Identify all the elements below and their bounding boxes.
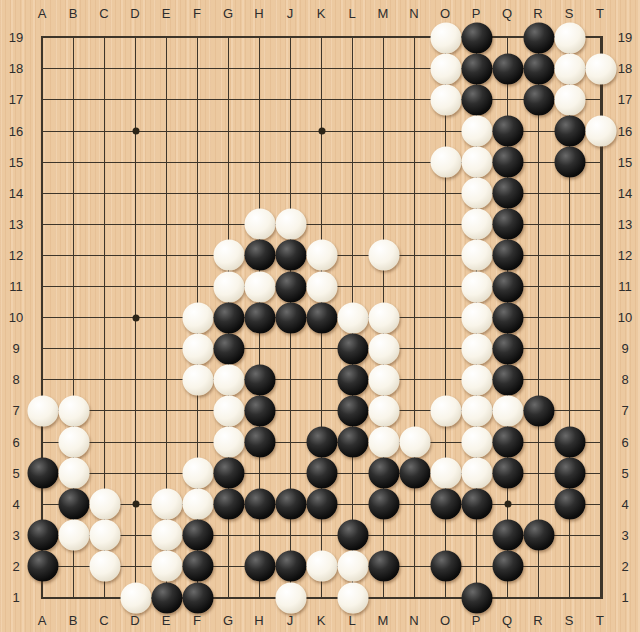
col-label-bottom-D: D: [130, 613, 139, 628]
col-label-top-S: S: [565, 6, 574, 21]
col-label-top-A: A: [38, 6, 47, 21]
stone-white[interactable]: [182, 302, 213, 333]
stone-black[interactable]: [244, 240, 275, 271]
stone-white[interactable]: [182, 364, 213, 395]
row-label-left-15: 15: [9, 154, 23, 169]
col-label-bottom-O: O: [440, 613, 450, 628]
stone-black[interactable]: [368, 489, 399, 520]
stone-black[interactable]: [306, 427, 337, 458]
stone-black[interactable]: [337, 364, 368, 395]
stone-white[interactable]: [275, 582, 306, 613]
stone-black[interactable]: [461, 489, 492, 520]
stone-white[interactable]: [430, 53, 461, 84]
stone-white[interactable]: [58, 427, 89, 458]
stone-black[interactable]: [554, 489, 585, 520]
stone-white[interactable]: [585, 53, 616, 84]
stone-black[interactable]: [523, 53, 554, 84]
row-label-right-15: 15: [618, 154, 632, 169]
stone-white[interactable]: [213, 240, 244, 271]
row-label-right-18: 18: [618, 61, 632, 76]
stone-white[interactable]: [213, 395, 244, 426]
stone-black[interactable]: [244, 489, 275, 520]
stone-black[interactable]: [213, 333, 244, 364]
stone-black[interactable]: [523, 520, 554, 551]
stone-black[interactable]: [492, 271, 523, 302]
stone-white[interactable]: [461, 116, 492, 147]
col-label-bottom-J: J: [287, 613, 294, 628]
stone-black[interactable]: [275, 240, 306, 271]
col-label-top-H: H: [254, 6, 263, 21]
stone-white[interactable]: [461, 178, 492, 209]
row-label-left-18: 18: [9, 61, 23, 76]
stone-white[interactable]: [368, 427, 399, 458]
stone-white[interactable]: [554, 22, 585, 53]
stone-black[interactable]: [244, 302, 275, 333]
stone-white[interactable]: [492, 395, 523, 426]
row-label-right-9: 9: [621, 341, 628, 356]
stone-black[interactable]: [244, 551, 275, 582]
col-label-top-M: M: [378, 6, 389, 21]
stone-black[interactable]: [368, 458, 399, 489]
col-label-bottom-N: N: [409, 613, 418, 628]
stone-white[interactable]: [554, 84, 585, 115]
stone-black[interactable]: [275, 271, 306, 302]
col-label-bottom-L: L: [348, 613, 355, 628]
stone-white[interactable]: [461, 271, 492, 302]
stone-white[interactable]: [461, 240, 492, 271]
stone-black[interactable]: [337, 520, 368, 551]
col-label-top-Q: Q: [502, 6, 512, 21]
row-label-right-10: 10: [618, 310, 632, 325]
stone-white[interactable]: [585, 116, 616, 147]
stone-black[interactable]: [337, 427, 368, 458]
stone-black[interactable]: [430, 551, 461, 582]
stone-white[interactable]: [58, 520, 89, 551]
row-label-right-2: 2: [621, 558, 628, 573]
stone-white[interactable]: [182, 333, 213, 364]
row-label-right-19: 19: [618, 30, 632, 45]
stone-black[interactable]: [151, 582, 182, 613]
col-label-bottom-K: K: [317, 613, 326, 628]
stone-black[interactable]: [244, 364, 275, 395]
stone-white[interactable]: [461, 209, 492, 240]
stone-white[interactable]: [368, 333, 399, 364]
stone-black[interactable]: [492, 551, 523, 582]
row-label-left-14: 14: [9, 185, 23, 200]
stone-black[interactable]: [461, 22, 492, 53]
row-label-left-19: 19: [9, 30, 23, 45]
stone-white[interactable]: [306, 271, 337, 302]
stone-white[interactable]: [430, 22, 461, 53]
row-label-left-7: 7: [12, 403, 19, 418]
stone-black[interactable]: [337, 333, 368, 364]
stone-black[interactable]: [399, 458, 430, 489]
col-label-bottom-T: T: [596, 613, 604, 628]
stone-black[interactable]: [27, 458, 58, 489]
stone-black[interactable]: [492, 364, 523, 395]
stone-black[interactable]: [182, 520, 213, 551]
stone-black[interactable]: [58, 489, 89, 520]
stone-white[interactable]: [554, 53, 585, 84]
row-label-left-2: 2: [12, 558, 19, 573]
stone-black[interactable]: [275, 551, 306, 582]
stone-black[interactable]: [182, 582, 213, 613]
stone-white[interactable]: [430, 458, 461, 489]
row-label-right-12: 12: [618, 247, 632, 262]
stone-white[interactable]: [244, 271, 275, 302]
stone-black[interactable]: [492, 333, 523, 364]
stone-white[interactable]: [430, 395, 461, 426]
stone-black[interactable]: [492, 240, 523, 271]
stone-black[interactable]: [492, 147, 523, 178]
row-label-right-7: 7: [621, 403, 628, 418]
col-label-top-K: K: [317, 6, 326, 21]
stone-white[interactable]: [244, 209, 275, 240]
stone-white[interactable]: [461, 364, 492, 395]
row-label-right-3: 3: [621, 527, 628, 542]
stone-white[interactable]: [368, 395, 399, 426]
col-label-top-J: J: [287, 6, 294, 21]
stone-black[interactable]: [554, 147, 585, 178]
stone-white[interactable]: [58, 395, 89, 426]
col-label-bottom-M: M: [378, 613, 389, 628]
col-label-bottom-E: E: [162, 613, 171, 628]
col-label-top-O: O: [440, 6, 450, 21]
col-label-top-F: F: [193, 6, 201, 21]
stone-white[interactable]: [461, 302, 492, 333]
stone-black[interactable]: [492, 427, 523, 458]
stone-black[interactable]: [523, 84, 554, 115]
col-label-bottom-C: C: [99, 613, 108, 628]
stone-white[interactable]: [151, 551, 182, 582]
col-label-bottom-F: F: [193, 613, 201, 628]
stone-black[interactable]: [306, 302, 337, 333]
stone-black[interactable]: [461, 53, 492, 84]
row-label-left-6: 6: [12, 434, 19, 449]
col-label-top-L: L: [348, 6, 355, 21]
star-point: [504, 501, 511, 508]
col-label-top-D: D: [130, 6, 139, 21]
row-label-left-12: 12: [9, 247, 23, 262]
stone-white[interactable]: [120, 582, 151, 613]
col-label-top-E: E: [162, 6, 171, 21]
stone-black[interactable]: [492, 116, 523, 147]
stone-black[interactable]: [275, 302, 306, 333]
col-label-bottom-P: P: [472, 613, 481, 628]
star-point: [132, 501, 139, 508]
stone-white[interactable]: [337, 582, 368, 613]
stone-white[interactable]: [337, 302, 368, 333]
stone-white[interactable]: [213, 427, 244, 458]
star-point: [132, 314, 139, 321]
star-point: [132, 128, 139, 135]
stone-white[interactable]: [368, 302, 399, 333]
stone-black[interactable]: [492, 302, 523, 333]
stone-black[interactable]: [244, 427, 275, 458]
stone-black[interactable]: [554, 427, 585, 458]
col-label-top-R: R: [533, 6, 542, 21]
stone-white[interactable]: [182, 489, 213, 520]
row-label-right-11: 11: [618, 279, 632, 294]
stone-black[interactable]: [461, 84, 492, 115]
stone-white[interactable]: [368, 364, 399, 395]
row-label-left-5: 5: [12, 465, 19, 480]
stone-white[interactable]: [58, 458, 89, 489]
stone-black[interactable]: [554, 458, 585, 489]
stone-black[interactable]: [306, 458, 337, 489]
row-label-right-17: 17: [618, 92, 632, 107]
row-label-left-3: 3: [12, 527, 19, 542]
stone-black[interactable]: [275, 489, 306, 520]
stone-white[interactable]: [151, 520, 182, 551]
col-label-bottom-G: G: [223, 613, 233, 628]
stone-black[interactable]: [337, 395, 368, 426]
stone-black[interactable]: [27, 551, 58, 582]
col-label-top-T: T: [596, 6, 604, 21]
stone-black[interactable]: [306, 489, 337, 520]
stone-black[interactable]: [523, 22, 554, 53]
col-label-bottom-Q: Q: [502, 613, 512, 628]
stone-white[interactable]: [430, 147, 461, 178]
stone-white[interactable]: [89, 520, 120, 551]
stone-white[interactable]: [399, 427, 430, 458]
col-label-top-C: C: [99, 6, 108, 21]
col-label-top-G: G: [223, 6, 233, 21]
row-label-left-10: 10: [9, 310, 23, 325]
row-label-left-13: 13: [9, 216, 23, 231]
stone-black[interactable]: [554, 116, 585, 147]
row-label-right-16: 16: [618, 123, 632, 138]
row-label-left-1: 1: [12, 590, 19, 605]
stone-white[interactable]: [461, 395, 492, 426]
col-label-top-N: N: [409, 6, 418, 21]
stone-white[interactable]: [461, 427, 492, 458]
stone-white[interactable]: [275, 209, 306, 240]
col-label-bottom-B: B: [69, 613, 78, 628]
stone-white[interactable]: [89, 551, 120, 582]
stone-white[interactable]: [306, 551, 337, 582]
col-label-bottom-A: A: [38, 613, 47, 628]
stone-white[interactable]: [337, 551, 368, 582]
stone-black[interactable]: [213, 489, 244, 520]
row-label-right-6: 6: [621, 434, 628, 449]
col-label-bottom-S: S: [565, 613, 574, 628]
stone-black[interactable]: [523, 395, 554, 426]
row-label-right-5: 5: [621, 465, 628, 480]
stone-white[interactable]: [306, 240, 337, 271]
stone-white[interactable]: [430, 84, 461, 115]
col-label-top-B: B: [69, 6, 78, 21]
stone-white[interactable]: [461, 458, 492, 489]
stone-black[interactable]: [492, 178, 523, 209]
stone-black[interactable]: [182, 551, 213, 582]
stone-white[interactable]: [151, 489, 182, 520]
col-label-bottom-H: H: [254, 613, 263, 628]
row-label-right-14: 14: [618, 185, 632, 200]
stone-white[interactable]: [213, 271, 244, 302]
stone-black[interactable]: [492, 53, 523, 84]
stone-black[interactable]: [492, 209, 523, 240]
row-label-left-9: 9: [12, 341, 19, 356]
stone-white[interactable]: [182, 458, 213, 489]
stone-black[interactable]: [213, 458, 244, 489]
row-label-right-4: 4: [621, 496, 628, 511]
stone-white[interactable]: [27, 395, 58, 426]
row-label-left-8: 8: [12, 372, 19, 387]
row-label-right-1: 1: [621, 590, 628, 605]
row-label-left-16: 16: [9, 123, 23, 138]
row-label-left-4: 4: [12, 496, 19, 511]
col-label-top-P: P: [472, 6, 481, 21]
stone-white[interactable]: [461, 333, 492, 364]
stone-black[interactable]: [368, 551, 399, 582]
row-label-left-11: 11: [9, 279, 23, 294]
stone-black[interactable]: [492, 520, 523, 551]
stone-white[interactable]: [89, 489, 120, 520]
stone-black[interactable]: [213, 302, 244, 333]
star-point: [318, 128, 325, 135]
col-label-bottom-R: R: [533, 613, 542, 628]
stone-black[interactable]: [244, 395, 275, 426]
row-label-right-8: 8: [621, 372, 628, 387]
stone-white[interactable]: [461, 147, 492, 178]
stone-black[interactable]: [492, 458, 523, 489]
stone-white[interactable]: [368, 240, 399, 271]
stone-white[interactable]: [213, 364, 244, 395]
stone-black[interactable]: [461, 582, 492, 613]
go-board[interactable]: ABCDEFGHJKLMNOPQRST ABCDEFGHJKLMNOPQRST …: [0, 0, 640, 632]
row-label-right-13: 13: [618, 216, 632, 231]
stone-black[interactable]: [430, 489, 461, 520]
stone-black[interactable]: [27, 520, 58, 551]
row-label-left-17: 17: [9, 92, 23, 107]
